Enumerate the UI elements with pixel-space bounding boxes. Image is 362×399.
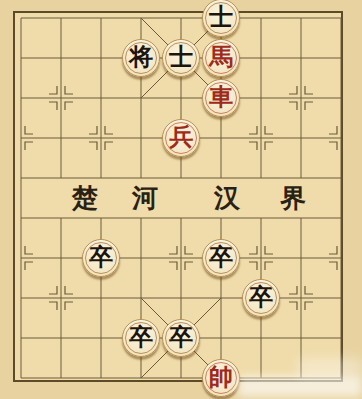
piece-black-general[interactable]: 将 [122,39,160,77]
piece-glyph: 馬 [209,45,233,69]
piece-red-general[interactable]: 帥 [202,359,240,397]
piece-glyph: 卒 [249,285,273,309]
piece-black-soldier[interactable]: 卒 [82,239,120,277]
piece-glyph: 兵 [169,125,193,149]
piece-glyph: 卒 [209,245,233,269]
piece-red-horse[interactable]: 馬 [202,39,240,77]
piece-black-soldier[interactable]: 卒 [202,239,240,277]
piece-black-advisor[interactable]: 士 [162,39,200,77]
river-char-3: 界 [280,181,306,216]
piece-glyph: 士 [209,5,233,29]
river-char-2: 汉 [214,181,240,216]
piece-black-soldier[interactable]: 卒 [162,319,200,357]
piece-glyph: 将 [129,45,153,69]
piece-red-soldier[interactable]: 兵 [162,119,200,157]
river-char-0: 楚 [72,181,98,216]
piece-glyph: 車 [209,85,233,109]
piece-red-chariot[interactable]: 車 [202,79,240,117]
piece-glyph: 卒 [89,245,113,269]
piece-glyph: 士 [169,45,193,69]
piece-black-advisor[interactable]: 士 [202,0,240,37]
piece-black-soldier[interactable]: 卒 [242,279,280,317]
river-char-1: 河 [132,181,158,216]
piece-glyph: 帥 [209,365,233,389]
piece-black-soldier[interactable]: 卒 [122,319,160,357]
piece-glyph: 卒 [129,325,153,349]
xiangqi-app: 楚河汉界 士将士馬車兵卒卒卒卒卒帥 [0,0,362,399]
piece-glyph: 卒 [169,325,193,349]
river-band: 楚河汉界 [21,179,341,217]
